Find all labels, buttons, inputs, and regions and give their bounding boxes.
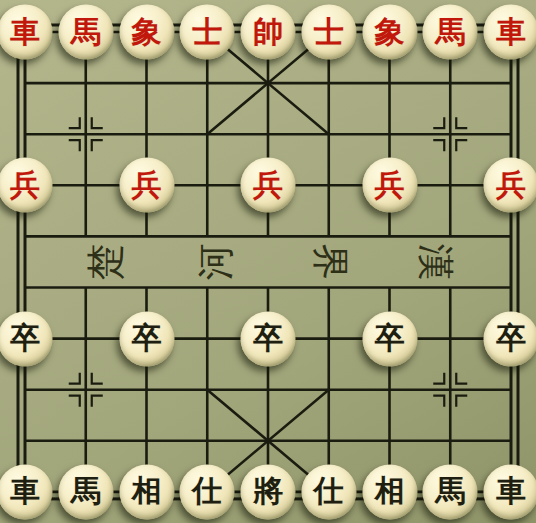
- piece-black-chariot[interactable]: 車: [484, 464, 536, 519]
- piece-red-elephant[interactable]: 象: [362, 5, 417, 60]
- river-label-han: 漢: [417, 243, 454, 280]
- piece-character: 士: [314, 16, 344, 46]
- piece-red-soldier[interactable]: 兵: [119, 158, 174, 213]
- piece-character: 象: [132, 16, 162, 46]
- piece-character: 卒: [10, 323, 40, 353]
- piece-character: 卒: [375, 323, 405, 353]
- piece-black-general[interactable]: 將: [241, 464, 296, 519]
- piece-character: 相: [375, 476, 405, 506]
- piece-black-advisor[interactable]: 仕: [180, 464, 235, 519]
- river-label-he: 河: [197, 243, 234, 280]
- piece-black-horse[interactable]: 馬: [423, 464, 478, 519]
- piece-character: 象: [375, 16, 405, 46]
- piece-black-chariot[interactable]: 車: [0, 464, 53, 519]
- piece-red-soldier[interactable]: 兵: [362, 158, 417, 213]
- piece-character: 馬: [71, 16, 101, 46]
- piece-character: 帥: [253, 16, 283, 46]
- piece-red-elephant[interactable]: 象: [119, 5, 174, 60]
- piece-character: 卒: [132, 323, 162, 353]
- piece-red-horse[interactable]: 馬: [58, 5, 113, 60]
- piece-black-advisor[interactable]: 仕: [301, 464, 356, 519]
- piece-character: 仕: [314, 476, 344, 506]
- piece-red-soldier[interactable]: 兵: [0, 158, 53, 213]
- piece-character: 馬: [435, 476, 465, 506]
- piece-character: 車: [496, 16, 526, 46]
- piece-red-horse[interactable]: 馬: [423, 5, 478, 60]
- xiangqi-board: 楚河界漢 車馬象士帥士象馬車兵兵兵兵兵卒卒卒卒卒車馬相仕將仕相馬車: [0, 0, 536, 523]
- piece-character: 卒: [496, 323, 526, 353]
- piece-character: 將: [253, 476, 283, 506]
- piece-character: 馬: [71, 476, 101, 506]
- piece-black-soldier[interactable]: 卒: [484, 311, 536, 366]
- piece-character: 兵: [132, 169, 162, 199]
- piece-character: 仕: [192, 476, 222, 506]
- piece-red-chariot[interactable]: 車: [484, 5, 536, 60]
- piece-character: 相: [132, 476, 162, 506]
- river-label-jie: 界: [312, 243, 349, 280]
- piece-character: 車: [10, 16, 40, 46]
- piece-black-soldier[interactable]: 卒: [362, 311, 417, 366]
- piece-character: 馬: [435, 16, 465, 46]
- piece-black-elephant[interactable]: 相: [119, 464, 174, 519]
- piece-black-soldier[interactable]: 卒: [241, 311, 296, 366]
- piece-character: 兵: [375, 169, 405, 199]
- piece-red-chariot[interactable]: 車: [0, 5, 53, 60]
- piece-black-soldier[interactable]: 卒: [0, 311, 53, 366]
- river-label-chu: 楚: [87, 243, 124, 280]
- piece-character: 兵: [10, 169, 40, 199]
- piece-red-advisor[interactable]: 士: [180, 5, 235, 60]
- piece-red-soldier[interactable]: 兵: [484, 158, 536, 213]
- piece-character: 士: [192, 16, 222, 46]
- piece-black-elephant[interactable]: 相: [362, 464, 417, 519]
- piece-red-advisor[interactable]: 士: [301, 5, 356, 60]
- piece-black-soldier[interactable]: 卒: [119, 311, 174, 366]
- piece-character: 卒: [253, 323, 283, 353]
- piece-red-soldier[interactable]: 兵: [241, 158, 296, 213]
- piece-character: 兵: [253, 169, 283, 199]
- piece-character: 車: [10, 476, 40, 506]
- piece-black-horse[interactable]: 馬: [58, 464, 113, 519]
- piece-character: 車: [496, 476, 526, 506]
- piece-character: 兵: [496, 169, 526, 199]
- piece-red-general[interactable]: 帥: [241, 5, 296, 60]
